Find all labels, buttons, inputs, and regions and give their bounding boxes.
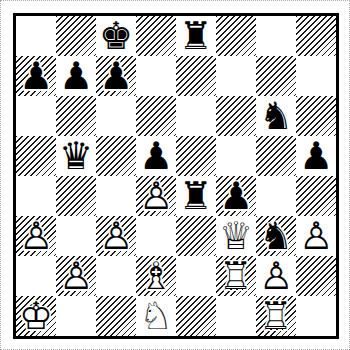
square-b5[interactable]: ♛ [56, 136, 96, 176]
square-g2[interactable]: ♟♙ [256, 256, 296, 296]
piece-wB: ♗ [136, 256, 176, 296]
square-g6[interactable]: ♞ [256, 96, 296, 136]
piece-bK: ♚ [96, 16, 136, 56]
square-g8[interactable] [256, 16, 296, 56]
square-f1[interactable] [216, 296, 256, 336]
piece-bQ: ♛ [56, 136, 96, 176]
square-b4[interactable] [56, 176, 96, 216]
square-a7[interactable]: ♟ [16, 56, 56, 96]
piece-bP: ♟ [16, 56, 56, 96]
piece-wK: ♔ [16, 296, 56, 336]
piece-bN: ♞ [256, 96, 296, 136]
square-h5[interactable]: ♟ [296, 136, 336, 176]
square-h3[interactable]: ♟♙ [296, 216, 336, 256]
square-e4[interactable]: ♜ [176, 176, 216, 216]
piece-fill-layer: ♟ [16, 216, 56, 256]
piece-bR: ♜ [176, 16, 216, 56]
square-h4[interactable] [296, 176, 336, 216]
square-a3[interactable]: ♟♙ [16, 216, 56, 256]
piece-wP: ♙ [256, 256, 296, 296]
square-f5[interactable] [216, 136, 256, 176]
piece-wN: ♘ [136, 296, 176, 336]
square-h6[interactable] [296, 96, 336, 136]
piece-bP: ♟ [136, 136, 176, 176]
piece-wP: ♙ [16, 216, 56, 256]
piece-wP: ♙ [296, 216, 336, 256]
square-h8[interactable] [296, 16, 336, 56]
square-e7[interactable] [176, 56, 216, 96]
square-b7[interactable]: ♟ [56, 56, 96, 96]
square-b2[interactable]: ♟♙ [56, 256, 96, 296]
square-c3[interactable]: ♟♙ [96, 216, 136, 256]
piece-fill-layer: ♜ [216, 256, 256, 296]
square-c4[interactable] [96, 176, 136, 216]
square-d4[interactable]: ♟♙ [136, 176, 176, 216]
square-d3[interactable] [136, 216, 176, 256]
piece-bN: ♞ [256, 216, 296, 256]
piece-fill-layer: ♟ [96, 216, 136, 256]
piece-bP: ♟ [96, 56, 136, 96]
square-a5[interactable] [16, 136, 56, 176]
piece-bR: ♜ [176, 176, 216, 216]
piece-fill-layer: ♞ [136, 296, 176, 336]
square-e1[interactable] [176, 296, 216, 336]
piece-fill-layer: ♝ [136, 256, 176, 296]
square-a2[interactable] [16, 256, 56, 296]
square-e2[interactable] [176, 256, 216, 296]
square-b6[interactable] [56, 96, 96, 136]
square-e3[interactable] [176, 216, 216, 256]
square-d5[interactable]: ♟ [136, 136, 176, 176]
piece-fill-layer: ♚ [16, 296, 56, 336]
square-a8[interactable] [16, 16, 56, 56]
square-c6[interactable] [96, 96, 136, 136]
square-c1[interactable] [96, 296, 136, 336]
square-b1[interactable] [56, 296, 96, 336]
piece-bP: ♟ [216, 176, 256, 216]
square-f6[interactable] [216, 96, 256, 136]
square-h2[interactable] [296, 256, 336, 296]
piece-wR: ♖ [216, 256, 256, 296]
square-a6[interactable] [16, 96, 56, 136]
square-a1[interactable]: ♚♔ [16, 296, 56, 336]
square-h7[interactable] [296, 56, 336, 96]
chess-diagram: ♚♜♟♟♟♞♛♟♟♟♙♜♟♟♙♟♙♛♕♞♟♙♟♙♝♗♜♖♟♙♚♔♞♘♜♖ [0, 0, 350, 350]
square-g1[interactable]: ♜♖ [256, 296, 296, 336]
square-d8[interactable] [136, 16, 176, 56]
square-e6[interactable] [176, 96, 216, 136]
piece-fill-layer: ♟ [296, 216, 336, 256]
square-c8[interactable]: ♚ [96, 16, 136, 56]
square-c2[interactable] [96, 256, 136, 296]
square-b3[interactable] [56, 216, 96, 256]
piece-fill-layer: ♟ [56, 256, 96, 296]
square-a4[interactable] [16, 176, 56, 216]
square-d7[interactable] [136, 56, 176, 96]
square-h1[interactable] [296, 296, 336, 336]
square-c5[interactable] [96, 136, 136, 176]
square-f4[interactable]: ♟ [216, 176, 256, 216]
square-e8[interactable]: ♜ [176, 16, 216, 56]
piece-fill-layer: ♟ [136, 176, 176, 216]
square-d1[interactable]: ♞♘ [136, 296, 176, 336]
square-f3[interactable]: ♛♕ [216, 216, 256, 256]
square-g4[interactable] [256, 176, 296, 216]
square-d6[interactable] [136, 96, 176, 136]
square-f8[interactable] [216, 16, 256, 56]
square-e5[interactable] [176, 136, 216, 176]
square-g7[interactable] [256, 56, 296, 96]
piece-wP: ♙ [96, 216, 136, 256]
piece-wP: ♙ [56, 256, 96, 296]
piece-fill-layer: ♛ [216, 216, 256, 256]
square-d2[interactable]: ♝♗ [136, 256, 176, 296]
square-b8[interactable] [56, 16, 96, 56]
chess-board: ♚♜♟♟♟♞♛♟♟♟♙♜♟♟♙♟♙♛♕♞♟♙♟♙♝♗♜♖♟♙♚♔♞♘♜♖ [13, 13, 339, 339]
piece-wP: ♙ [136, 176, 176, 216]
piece-fill-layer: ♜ [256, 296, 296, 336]
square-g3[interactable]: ♞ [256, 216, 296, 256]
square-c7[interactable]: ♟ [96, 56, 136, 96]
piece-wR: ♖ [256, 296, 296, 336]
piece-bP: ♟ [296, 136, 336, 176]
piece-bP: ♟ [56, 56, 96, 96]
square-f7[interactable] [216, 56, 256, 96]
piece-wQ: ♕ [216, 216, 256, 256]
piece-fill-layer: ♟ [256, 256, 296, 296]
square-f2[interactable]: ♜♖ [216, 256, 256, 296]
square-g5[interactable] [256, 136, 296, 176]
